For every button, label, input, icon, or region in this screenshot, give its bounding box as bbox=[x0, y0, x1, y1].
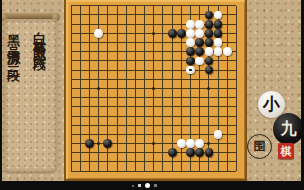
black-stone bbox=[195, 148, 204, 157]
board-intersection bbox=[76, 10, 85, 19]
board-intersection bbox=[103, 111, 112, 120]
black-stone bbox=[205, 11, 214, 20]
channel-logo: 小 九 围 棋 bbox=[247, 86, 304, 181]
board-intersection bbox=[177, 10, 186, 19]
white-stone bbox=[186, 139, 195, 148]
star-point bbox=[97, 87, 100, 90]
board-intersection bbox=[103, 47, 112, 56]
white-stone bbox=[214, 38, 223, 47]
board-intersection bbox=[168, 102, 177, 111]
logo-char-xiao: 小 bbox=[263, 93, 280, 116]
board-intersection bbox=[131, 157, 140, 166]
board-intersection bbox=[168, 47, 177, 56]
board-intersection bbox=[67, 29, 76, 38]
board-intersection bbox=[186, 130, 195, 139]
board-intersection bbox=[103, 10, 112, 19]
right-edge-strip bbox=[301, 0, 304, 190]
board-intersection bbox=[204, 111, 213, 120]
board-intersection bbox=[103, 157, 112, 166]
board-intersection bbox=[214, 102, 223, 111]
board-intersection bbox=[131, 84, 140, 93]
board-intersection bbox=[232, 66, 241, 75]
board-intersection bbox=[94, 20, 103, 29]
board-intersection bbox=[112, 10, 121, 19]
board-intersection bbox=[140, 1, 149, 10]
board-intersection bbox=[158, 20, 167, 29]
board-intersection bbox=[85, 148, 94, 157]
board-intersection bbox=[94, 1, 103, 10]
board-intersection bbox=[94, 56, 103, 65]
board-intersection bbox=[214, 167, 223, 176]
board-intersection bbox=[204, 66, 213, 75]
board-intersection bbox=[76, 93, 85, 102]
board-intersection bbox=[186, 139, 195, 148]
board-intersection bbox=[204, 139, 213, 148]
board-intersection bbox=[149, 121, 158, 130]
board-intersection bbox=[158, 93, 167, 102]
white-player-name: 林有太郎 bbox=[32, 29, 47, 41]
logo-char-qi: 棋 bbox=[281, 144, 292, 159]
board-intersection bbox=[85, 93, 94, 102]
board-intersection bbox=[140, 167, 149, 176]
board-intersection bbox=[223, 1, 232, 10]
board-intersection bbox=[158, 148, 167, 157]
black-stone bbox=[168, 148, 177, 157]
board-intersection bbox=[168, 130, 177, 139]
board-intersection bbox=[112, 38, 121, 47]
board-intersection bbox=[112, 148, 121, 157]
board-intersection bbox=[149, 130, 158, 139]
board-intersection bbox=[232, 121, 241, 130]
board-intersection bbox=[204, 75, 213, 84]
board-intersection bbox=[103, 139, 112, 148]
board-intersection bbox=[232, 102, 241, 111]
board-intersection bbox=[195, 139, 204, 148]
board-intersection bbox=[67, 38, 76, 47]
black-stone bbox=[195, 47, 204, 56]
board-intersection bbox=[131, 148, 140, 157]
board-intersection bbox=[76, 167, 85, 176]
board-intersection bbox=[195, 38, 204, 47]
board-intersection bbox=[85, 102, 94, 111]
board-intersection bbox=[214, 56, 223, 65]
board-intersection bbox=[223, 102, 232, 111]
board-intersection bbox=[103, 167, 112, 176]
side-panel: 小 九 围 棋 bbox=[247, 0, 304, 181]
board-intersection bbox=[122, 66, 131, 75]
board-intersection bbox=[177, 167, 186, 176]
board-intersection bbox=[223, 47, 232, 56]
black-stone bbox=[205, 57, 214, 66]
board-intersection bbox=[204, 167, 213, 176]
board-intersection bbox=[94, 157, 103, 166]
board-intersection bbox=[94, 102, 103, 111]
black-stone bbox=[103, 139, 112, 148]
board-intersection bbox=[122, 38, 131, 47]
board-intersection bbox=[140, 157, 149, 166]
board-intersection bbox=[214, 29, 223, 38]
board-intersection bbox=[149, 66, 158, 75]
board-intersection bbox=[195, 121, 204, 130]
board-intersection bbox=[204, 130, 213, 139]
board-intersection bbox=[177, 29, 186, 38]
board-intersection bbox=[177, 56, 186, 65]
board-intersection bbox=[177, 93, 186, 102]
black-stone bbox=[177, 29, 186, 38]
board-intersection bbox=[94, 111, 103, 120]
board-intersection bbox=[94, 66, 103, 75]
board-intersection bbox=[214, 139, 223, 148]
board-intersection bbox=[103, 121, 112, 130]
white-stone bbox=[186, 20, 195, 29]
board-intersection bbox=[177, 38, 186, 47]
board-intersection bbox=[76, 148, 85, 157]
board-intersection bbox=[67, 102, 76, 111]
logo-red-seal: 棋 bbox=[278, 143, 294, 159]
board-intersection bbox=[85, 167, 94, 176]
board-intersection bbox=[195, 157, 204, 166]
board-intersection bbox=[131, 93, 140, 102]
board-intersection bbox=[223, 66, 232, 75]
board-intersection bbox=[195, 29, 204, 38]
white-stone bbox=[205, 47, 214, 56]
board-intersection bbox=[94, 47, 103, 56]
black-player-label: 黑 bbox=[6, 24, 21, 27]
board-intersection bbox=[214, 75, 223, 84]
board-intersection bbox=[103, 93, 112, 102]
board-intersection bbox=[94, 130, 103, 139]
board-intersection bbox=[140, 29, 149, 38]
board-intersection bbox=[76, 56, 85, 65]
board-intersection bbox=[140, 47, 149, 56]
board-intersection bbox=[67, 1, 76, 10]
board-intersection bbox=[204, 93, 213, 102]
board-intersection bbox=[232, 56, 241, 65]
board-intersection bbox=[131, 121, 140, 130]
board-intersection bbox=[195, 1, 204, 10]
board-intersection bbox=[195, 93, 204, 102]
control-square-icon[interactable] bbox=[138, 184, 141, 187]
board-intersection bbox=[232, 130, 241, 139]
board-intersection bbox=[168, 139, 177, 148]
board-intersection bbox=[186, 20, 195, 29]
board-intersection bbox=[204, 20, 213, 29]
board-intersection bbox=[195, 20, 204, 29]
board-intersection bbox=[140, 56, 149, 65]
board-intersection bbox=[168, 56, 177, 65]
board-intersection bbox=[67, 157, 76, 166]
board-intersection bbox=[67, 93, 76, 102]
black-stone bbox=[186, 47, 195, 56]
board-intersection bbox=[103, 20, 112, 29]
board-intersection bbox=[103, 1, 112, 10]
white-stone bbox=[186, 29, 195, 38]
white-stone bbox=[94, 29, 103, 38]
white-stone bbox=[214, 11, 223, 20]
video-control-bar[interactable] bbox=[0, 181, 304, 190]
board-intersection bbox=[85, 111, 94, 120]
board-intersection bbox=[76, 29, 85, 38]
board-intersection bbox=[149, 1, 158, 10]
board-intersection bbox=[140, 93, 149, 102]
board-intersection bbox=[204, 148, 213, 157]
board-intersection bbox=[158, 75, 167, 84]
white-player-rank: 六段 bbox=[32, 44, 47, 50]
player-info-panel: 白林有太郎六段 黑吴清源三段 bbox=[0, 0, 64, 181]
board-intersection bbox=[158, 167, 167, 176]
board-intersection bbox=[85, 84, 94, 93]
board-intersection bbox=[67, 148, 76, 157]
board-intersection bbox=[214, 10, 223, 19]
black-stone bbox=[186, 57, 195, 66]
board-intersection bbox=[140, 139, 149, 148]
white-player-column: 白林有太郎六段 bbox=[33, 22, 46, 50]
board-intersection bbox=[94, 84, 103, 93]
board-intersection bbox=[214, 157, 223, 166]
board-intersection bbox=[112, 130, 121, 139]
board-intersection bbox=[177, 66, 186, 75]
board-intersection bbox=[149, 148, 158, 157]
board-intersection bbox=[177, 157, 186, 166]
board-intersection bbox=[94, 139, 103, 148]
marked-last-move-stone bbox=[186, 66, 195, 75]
board-intersection bbox=[232, 139, 241, 148]
board-intersection bbox=[131, 102, 140, 111]
board-intersection bbox=[149, 167, 158, 176]
board-intersection bbox=[158, 111, 167, 120]
board-intersection bbox=[168, 1, 177, 10]
board-intersection bbox=[131, 167, 140, 176]
board-intersection bbox=[149, 75, 158, 84]
board-intersection bbox=[103, 84, 112, 93]
board-intersection bbox=[85, 10, 94, 19]
white-stone bbox=[214, 47, 223, 56]
board-intersection bbox=[158, 121, 167, 130]
board-intersection bbox=[195, 47, 204, 56]
board-intersection bbox=[122, 75, 131, 84]
board-intersection bbox=[204, 10, 213, 19]
board-intersection bbox=[168, 10, 177, 19]
board-intersection bbox=[76, 20, 85, 29]
white-stone bbox=[195, 29, 204, 38]
board-intersection bbox=[204, 1, 213, 10]
board-intersection bbox=[76, 111, 85, 120]
board-intersection bbox=[195, 84, 204, 93]
board-intersection bbox=[214, 84, 223, 93]
board-intersection bbox=[186, 84, 195, 93]
board-intersection bbox=[177, 121, 186, 130]
board-intersection bbox=[67, 111, 76, 120]
board-intersection bbox=[131, 47, 140, 56]
board-intersection bbox=[140, 148, 149, 157]
board-intersection bbox=[214, 130, 223, 139]
board-intersection bbox=[232, 84, 241, 93]
board-intersection bbox=[158, 139, 167, 148]
board-intersection bbox=[223, 38, 232, 47]
board-intersection bbox=[131, 1, 140, 10]
board-intersection bbox=[140, 121, 149, 130]
board-intersection bbox=[103, 66, 112, 75]
board-intersection bbox=[131, 10, 140, 19]
board-intersection bbox=[214, 121, 223, 130]
board-intersection bbox=[67, 139, 76, 148]
board-intersection bbox=[223, 130, 232, 139]
board-intersection bbox=[122, 93, 131, 102]
board-intersection bbox=[177, 139, 186, 148]
board-intersection bbox=[186, 93, 195, 102]
board-intersection bbox=[103, 29, 112, 38]
board-intersection bbox=[214, 93, 223, 102]
board-intersection bbox=[67, 56, 76, 65]
logo-black-stone-icon: 九 bbox=[273, 113, 304, 145]
board-intersection bbox=[122, 84, 131, 93]
board-intersection bbox=[140, 20, 149, 29]
board-intersection bbox=[223, 139, 232, 148]
board-intersection bbox=[177, 102, 186, 111]
board-intersection bbox=[131, 75, 140, 84]
board-intersection bbox=[85, 157, 94, 166]
board-intersection bbox=[186, 75, 195, 84]
board-intersection bbox=[168, 148, 177, 157]
board-intersection bbox=[131, 56, 140, 65]
board-intersection bbox=[76, 102, 85, 111]
board-intersection bbox=[112, 47, 121, 56]
board-intersection bbox=[168, 20, 177, 29]
board-intersection bbox=[131, 29, 140, 38]
white-player-label: 白 bbox=[32, 22, 47, 25]
board-intersection bbox=[122, 157, 131, 166]
board-intersection bbox=[168, 121, 177, 130]
board-intersection bbox=[168, 111, 177, 120]
board-intersection bbox=[140, 75, 149, 84]
board-intersection bbox=[158, 47, 167, 56]
board-intersection bbox=[149, 157, 158, 166]
black-stone bbox=[205, 148, 214, 157]
board-intersection bbox=[186, 102, 195, 111]
board-intersection bbox=[85, 56, 94, 65]
board-intersection bbox=[149, 56, 158, 65]
board-intersection bbox=[186, 47, 195, 56]
board-intersection bbox=[195, 56, 204, 65]
board-intersection bbox=[223, 29, 232, 38]
board-intersection bbox=[204, 84, 213, 93]
board-intersection bbox=[232, 47, 241, 56]
board-intersection bbox=[140, 130, 149, 139]
board-intersection bbox=[122, 47, 131, 56]
board-intersection bbox=[195, 111, 204, 120]
star-point bbox=[207, 142, 210, 145]
board-intersection bbox=[149, 84, 158, 93]
board-intersection bbox=[67, 10, 76, 19]
board-intersection bbox=[186, 121, 195, 130]
board-intersection bbox=[149, 29, 158, 38]
board-intersection bbox=[122, 167, 131, 176]
board-intersection bbox=[168, 38, 177, 47]
black-stone bbox=[168, 29, 177, 38]
control-dot-icon[interactable] bbox=[132, 185, 134, 187]
board-intersection bbox=[186, 157, 195, 166]
board-intersection bbox=[204, 38, 213, 47]
board-intersection bbox=[85, 121, 94, 130]
board-intersection bbox=[76, 38, 85, 47]
board-intersection bbox=[76, 121, 85, 130]
board-intersection bbox=[67, 121, 76, 130]
board-intersection bbox=[112, 1, 121, 10]
black-stone bbox=[195, 38, 204, 47]
last-move-marker bbox=[189, 69, 192, 72]
board-intersection bbox=[158, 29, 167, 38]
black-player-column: 黑吴清源三段 bbox=[7, 24, 20, 61]
board-intersection bbox=[85, 75, 94, 84]
board-intersection bbox=[195, 167, 204, 176]
board-intersection bbox=[158, 102, 167, 111]
board-intersection bbox=[76, 139, 85, 148]
board-intersection bbox=[112, 139, 121, 148]
board-intersection bbox=[232, 20, 241, 29]
board-intersection bbox=[177, 148, 186, 157]
board-intersection bbox=[122, 29, 131, 38]
board-intersection bbox=[168, 29, 177, 38]
board-intersection bbox=[168, 66, 177, 75]
board-intersection bbox=[67, 130, 76, 139]
board-intersection bbox=[158, 130, 167, 139]
board-intersection bbox=[103, 38, 112, 47]
board-intersection bbox=[195, 66, 204, 75]
black-stone bbox=[205, 38, 214, 47]
board-intersection bbox=[223, 10, 232, 19]
board-intersection bbox=[232, 93, 241, 102]
board-intersection bbox=[112, 111, 121, 120]
board-intersection bbox=[76, 157, 85, 166]
board-intersection bbox=[214, 1, 223, 10]
board-intersection bbox=[214, 47, 223, 56]
board-intersection bbox=[186, 167, 195, 176]
board-intersection bbox=[131, 20, 140, 29]
board-intersection bbox=[94, 38, 103, 47]
board-intersection bbox=[158, 157, 167, 166]
board-intersection bbox=[122, 20, 131, 29]
board-intersection bbox=[103, 56, 112, 65]
board-intersection bbox=[232, 29, 241, 38]
white-stone bbox=[195, 57, 204, 66]
board-intersection bbox=[177, 75, 186, 84]
control-square2-icon[interactable] bbox=[154, 184, 157, 187]
board-intersection bbox=[76, 84, 85, 93]
board-intersection bbox=[158, 56, 167, 65]
black-stone bbox=[205, 20, 214, 29]
board-intersection bbox=[131, 38, 140, 47]
board-intersection bbox=[112, 20, 121, 29]
board-intersection bbox=[112, 56, 121, 65]
progress-knob-icon[interactable] bbox=[145, 183, 150, 188]
board-intersection bbox=[223, 20, 232, 29]
video-controls[interactable] bbox=[132, 183, 157, 188]
board-intersection bbox=[223, 56, 232, 65]
board-intersection bbox=[158, 38, 167, 47]
board-intersection bbox=[186, 1, 195, 10]
board-intersection bbox=[122, 121, 131, 130]
board-intersection bbox=[67, 75, 76, 84]
board-intersection bbox=[149, 47, 158, 56]
board-intersection bbox=[223, 75, 232, 84]
board-intersection bbox=[76, 1, 85, 10]
star-point bbox=[97, 142, 100, 145]
white-stone bbox=[177, 139, 186, 148]
board-intersection bbox=[149, 10, 158, 19]
board-intersection bbox=[76, 66, 85, 75]
board-intersection bbox=[195, 102, 204, 111]
board-intersection bbox=[85, 47, 94, 56]
